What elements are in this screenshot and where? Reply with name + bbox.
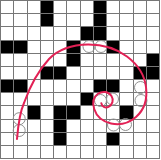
grid-cell[interactable]: [147, 80, 160, 93]
grid-cell[interactable]: [28, 133, 41, 146]
black-cell: [54, 133, 67, 146]
grid-cell[interactable]: [41, 80, 54, 93]
grid-cell[interactable]: [120, 14, 133, 27]
grid-cell[interactable]: [134, 120, 147, 133]
grid-cell[interactable]: [1, 54, 14, 67]
grid-cell[interactable]: [54, 41, 67, 54]
grid-cell[interactable]: [28, 120, 41, 133]
grid-cell[interactable]: [120, 41, 133, 54]
grid-cell[interactable]: [147, 27, 160, 40]
grid-cell[interactable]: [81, 1, 94, 14]
black-cell: [107, 133, 120, 146]
grid-cell[interactable]: [107, 146, 120, 159]
grid-cell[interactable]: [147, 1, 160, 14]
grid-cell[interactable]: [94, 106, 107, 119]
grid-cell[interactable]: [67, 27, 80, 40]
grid-cell[interactable]: [134, 106, 147, 119]
grid-cell[interactable]: [147, 106, 160, 119]
grid-cell[interactable]: [120, 133, 133, 146]
grid-cell[interactable]: [14, 54, 27, 67]
grid-cell[interactable]: [54, 1, 67, 14]
grid-cell[interactable]: [54, 54, 67, 67]
black-cell: [94, 1, 107, 14]
grid-cell[interactable]: [54, 80, 67, 93]
grid-cell[interactable]: [41, 41, 54, 54]
grid-cell[interactable]: [147, 120, 160, 133]
grid-cell[interactable]: [107, 27, 120, 40]
grid-cell[interactable]: [67, 133, 80, 146]
grid-cell[interactable]: [1, 27, 14, 40]
grid-cell[interactable]: [94, 93, 107, 106]
grid-cell[interactable]: [28, 14, 41, 27]
grid-cell[interactable]: [81, 54, 94, 67]
black-cell: [94, 80, 107, 93]
grid-cell[interactable]: [41, 120, 54, 133]
grid-cell[interactable]: [41, 93, 54, 106]
grid-cell[interactable]: [14, 27, 27, 40]
grid-cell[interactable]: [14, 14, 27, 27]
black-cell: [54, 120, 67, 133]
grid-cell[interactable]: [147, 133, 160, 146]
grid-cell[interactable]: [1, 67, 14, 80]
grid-cell[interactable]: [28, 41, 41, 54]
grid-cell[interactable]: [120, 120, 133, 133]
grid-cell[interactable]: [54, 146, 67, 159]
grid-cell[interactable]: [14, 67, 27, 80]
grid-cell[interactable]: [81, 41, 94, 54]
black-cell: [107, 80, 120, 93]
crossword-grid: [0, 0, 160, 159]
grid-cell[interactable]: [120, 80, 133, 93]
grid-cell[interactable]: [94, 120, 107, 133]
grid-cell[interactable]: [134, 146, 147, 159]
grid-cell[interactable]: [134, 54, 147, 67]
grid-cell[interactable]: [120, 1, 133, 14]
black-cell: [1, 41, 14, 54]
grid-cell[interactable]: [28, 93, 41, 106]
black-cell: [120, 106, 133, 119]
grid-cell[interactable]: [41, 54, 54, 67]
puzzle-frame: [0, 0, 161, 160]
grid-cell[interactable]: [81, 146, 94, 159]
grid-cell[interactable]: [1, 14, 14, 27]
black-cell: [107, 41, 120, 54]
grid-cell[interactable]: [54, 27, 67, 40]
grid-cell[interactable]: [81, 67, 94, 80]
grid-cell[interactable]: [28, 1, 41, 14]
grid-cell[interactable]: [120, 93, 133, 106]
black-cell: [41, 1, 54, 14]
grid-cell[interactable]: [147, 41, 160, 54]
black-cell: [147, 67, 160, 80]
black-cell: [67, 54, 80, 67]
black-cell: [41, 14, 54, 27]
grid-cell[interactable]: [1, 106, 14, 119]
grid-cell[interactable]: [134, 133, 147, 146]
black-cell: [67, 41, 80, 54]
grid-cell[interactable]: [81, 133, 94, 146]
grid-cell[interactable]: [134, 80, 147, 93]
grid-cell[interactable]: [107, 93, 120, 106]
black-cell: [94, 27, 107, 40]
grid-cell[interactable]: [134, 41, 147, 54]
black-cell: [81, 93, 94, 106]
grid-cell[interactable]: [94, 133, 107, 146]
grid-cell[interactable]: [67, 120, 80, 133]
grid-cell[interactable]: [134, 27, 147, 40]
grid-cell[interactable]: [107, 54, 120, 67]
grid-cell[interactable]: [67, 1, 80, 14]
grid-cell[interactable]: [1, 133, 14, 146]
grid-cell[interactable]: [107, 120, 120, 133]
grid-cell[interactable]: [28, 27, 41, 40]
grid-cell[interactable]: [94, 67, 107, 80]
grid-cell[interactable]: [134, 93, 147, 106]
black-cell: [94, 14, 107, 27]
black-cell: [14, 41, 27, 54]
black-cell: [81, 27, 94, 40]
black-cell: [28, 106, 41, 119]
grid-cell[interactable]: [107, 1, 120, 14]
grid-cell[interactable]: [41, 146, 54, 159]
grid-cell[interactable]: [107, 106, 120, 119]
grid-cell[interactable]: [134, 1, 147, 14]
grid-cell[interactable]: [120, 27, 133, 40]
black-cell: [67, 106, 80, 119]
grid-cell[interactable]: [14, 93, 27, 106]
grid-cell[interactable]: [41, 106, 54, 119]
grid-cell[interactable]: [94, 146, 107, 159]
grid-cell[interactable]: [81, 80, 94, 93]
grid-cell[interactable]: [120, 54, 133, 67]
grid-cell[interactable]: [120, 146, 133, 159]
grid-cell[interactable]: [1, 120, 14, 133]
grid-cell[interactable]: [134, 14, 147, 27]
grid-cell[interactable]: [94, 41, 107, 54]
grid-cell[interactable]: [67, 80, 80, 93]
grid-cell[interactable]: [28, 67, 41, 80]
grid-cell[interactable]: [14, 1, 27, 14]
grid-cell[interactable]: [41, 133, 54, 146]
grid-cell[interactable]: [147, 14, 160, 27]
black-cell: [14, 80, 27, 93]
grid-cell[interactable]: [107, 14, 120, 27]
black-cell: [41, 67, 54, 80]
grid-cell[interactable]: [54, 14, 67, 27]
grid-cell[interactable]: [94, 54, 107, 67]
grid-cell[interactable]: [107, 67, 120, 80]
grid-cell[interactable]: [67, 93, 80, 106]
grid-cell[interactable]: [81, 14, 94, 27]
grid-cell[interactable]: [120, 67, 133, 80]
grid-cell[interactable]: [67, 14, 80, 27]
grid-cell[interactable]: [147, 93, 160, 106]
black-cell: [54, 67, 67, 80]
black-cell: [147, 54, 160, 67]
black-cell: [1, 80, 14, 93]
grid-cell[interactable]: [14, 146, 27, 159]
grid-cell[interactable]: [54, 93, 67, 106]
grid-cell[interactable]: [67, 146, 80, 159]
grid-cell[interactable]: [28, 80, 41, 93]
grid-cell[interactable]: [1, 93, 14, 106]
grid-cell[interactable]: [28, 146, 41, 159]
black-cell: [134, 67, 147, 80]
grid-cell[interactable]: [1, 1, 14, 14]
grid-cell[interactable]: [147, 146, 160, 159]
grid-cell[interactable]: [28, 54, 41, 67]
grid-cell[interactable]: [1, 146, 14, 159]
grid-cell[interactable]: [14, 106, 27, 119]
grid-cell[interactable]: [81, 120, 94, 133]
grid-cell[interactable]: [41, 27, 54, 40]
grid-cell[interactable]: [67, 67, 80, 80]
grid-cell[interactable]: [14, 120, 27, 133]
grid-cell[interactable]: [81, 106, 94, 119]
grid-cell[interactable]: [14, 133, 27, 146]
black-cell: [54, 106, 67, 119]
